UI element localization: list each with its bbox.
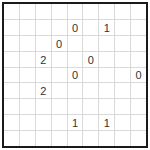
clue-number: 0 <box>88 54 94 65</box>
cell-r6c6[interactable] <box>83 83 98 98</box>
puzzle-page: 0102000211 <box>0 0 150 150</box>
clue-number: 1 <box>72 118 78 129</box>
cell-r4c2[interactable] <box>20 52 35 67</box>
cell-r3c4: 0 <box>52 36 67 51</box>
cell-r5c6[interactable] <box>83 68 98 83</box>
cell-r7c4[interactable] <box>52 99 67 114</box>
cell-r2c6[interactable] <box>83 20 98 35</box>
cell-r5c8[interactable] <box>115 68 130 83</box>
cell-r3c5[interactable] <box>68 36 83 51</box>
cell-r5c2[interactable] <box>20 68 35 83</box>
cell-r1c4[interactable] <box>52 4 67 19</box>
cell-r5c7[interactable] <box>99 68 114 83</box>
cell-r4c7[interactable] <box>99 52 114 67</box>
clue-number: 0 <box>72 70 78 81</box>
cell-r2c8[interactable] <box>115 20 130 35</box>
cell-r4c8[interactable] <box>115 52 130 67</box>
cell-r3c6[interactable] <box>83 36 98 51</box>
cell-r1c7[interactable] <box>99 4 114 19</box>
cell-r2c1[interactable] <box>4 20 19 35</box>
cell-r6c1[interactable] <box>4 83 19 98</box>
cell-r3c9[interactable] <box>131 36 146 51</box>
cell-r9c7[interactable] <box>99 131 114 146</box>
cell-r5c9: 0 <box>131 68 146 83</box>
cell-r8c4[interactable] <box>52 115 67 130</box>
cell-r7c3[interactable] <box>36 99 51 114</box>
cell-r5c3[interactable] <box>36 68 51 83</box>
cell-r9c3[interactable] <box>36 131 51 146</box>
clue-number: 2 <box>40 86 46 97</box>
cell-r8c3[interactable] <box>36 115 51 130</box>
cell-r6c4[interactable] <box>52 83 67 98</box>
cell-r6c2[interactable] <box>20 83 35 98</box>
cell-r6c7[interactable] <box>99 83 114 98</box>
cell-r1c8[interactable] <box>115 4 130 19</box>
cell-r1c3[interactable] <box>36 4 51 19</box>
cell-r6c5[interactable] <box>68 83 83 98</box>
cell-r2c3[interactable] <box>36 20 51 35</box>
cell-r8c8[interactable] <box>115 115 130 130</box>
cell-r6c9[interactable] <box>131 83 146 98</box>
cell-r1c1[interactable] <box>4 4 19 19</box>
cell-r5c4[interactable] <box>52 68 67 83</box>
clue-number: 1 <box>104 118 110 129</box>
cell-r9c4[interactable] <box>52 131 67 146</box>
cell-r8c1[interactable] <box>4 115 19 130</box>
cell-r2c2[interactable] <box>20 20 35 35</box>
cell-r4c3: 2 <box>36 52 51 67</box>
cell-r5c1[interactable] <box>4 68 19 83</box>
clue-number: 0 <box>72 22 78 33</box>
cell-r3c8[interactable] <box>115 36 130 51</box>
cell-r9c9[interactable] <box>131 131 146 146</box>
cell-r4c6: 0 <box>83 52 98 67</box>
cell-r7c8[interactable] <box>115 99 130 114</box>
cell-r1c5[interactable] <box>68 4 83 19</box>
cell-r8c6[interactable] <box>83 115 98 130</box>
clue-number: 2 <box>40 54 46 65</box>
cell-r3c2[interactable] <box>20 36 35 51</box>
cell-r6c8[interactable] <box>115 83 130 98</box>
cell-r2c5: 0 <box>68 20 83 35</box>
cell-r9c6[interactable] <box>83 131 98 146</box>
cell-r1c2[interactable] <box>20 4 35 19</box>
cell-r4c5[interactable] <box>68 52 83 67</box>
cell-r4c4[interactable] <box>52 52 67 67</box>
clue-number: 0 <box>135 70 141 81</box>
cell-r8c9[interactable] <box>131 115 146 130</box>
cell-r5c5: 0 <box>68 68 83 83</box>
cell-r8c7: 1 <box>99 115 114 130</box>
cell-r3c3[interactable] <box>36 36 51 51</box>
cell-r2c7: 1 <box>99 20 114 35</box>
cell-r1c6[interactable] <box>83 4 98 19</box>
cell-r4c9[interactable] <box>131 52 146 67</box>
clue-number: 1 <box>104 22 110 33</box>
cell-r8c2[interactable] <box>20 115 35 130</box>
cell-r2c9[interactable] <box>131 20 146 35</box>
cell-r7c2[interactable] <box>20 99 35 114</box>
cell-r6c3: 2 <box>36 83 51 98</box>
cell-r2c4[interactable] <box>52 20 67 35</box>
cell-r7c1[interactable] <box>4 99 19 114</box>
clue-number: 0 <box>56 38 62 49</box>
cell-r9c8[interactable] <box>115 131 130 146</box>
cell-r3c1[interactable] <box>4 36 19 51</box>
cell-r3c7[interactable] <box>99 36 114 51</box>
cell-r7c6[interactable] <box>83 99 98 114</box>
puzzle-board: 0102000211 <box>2 2 148 148</box>
cell-r9c2[interactable] <box>20 131 35 146</box>
cell-r1c9[interactable] <box>131 4 146 19</box>
cell-r9c1[interactable] <box>4 131 19 146</box>
cell-r8c5: 1 <box>68 115 83 130</box>
cell-r7c5[interactable] <box>68 99 83 114</box>
cell-r9c5[interactable] <box>68 131 83 146</box>
cell-r7c9[interactable] <box>131 99 146 114</box>
cell-r4c1[interactable] <box>4 52 19 67</box>
cell-r7c7[interactable] <box>99 99 114 114</box>
